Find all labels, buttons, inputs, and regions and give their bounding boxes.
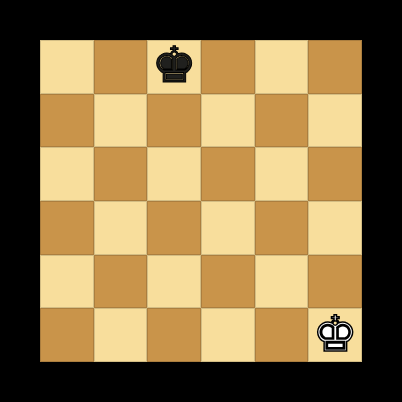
square-f5[interactable] — [308, 94, 362, 148]
white-king-piece[interactable]: ♚ — [313, 308, 358, 361]
square-f4[interactable] — [308, 147, 362, 201]
square-e6[interactable] — [255, 40, 309, 94]
square-a4[interactable] — [40, 147, 94, 201]
square-f1[interactable]: ♚ — [308, 308, 362, 362]
square-d6[interactable] — [201, 40, 255, 94]
square-e3[interactable] — [255, 201, 309, 255]
square-b6[interactable] — [94, 40, 148, 94]
square-d2[interactable] — [201, 255, 255, 309]
square-f6[interactable] — [308, 40, 362, 94]
square-d5[interactable] — [201, 94, 255, 148]
square-a1[interactable] — [40, 308, 94, 362]
chess-board: ♚♚ — [40, 40, 362, 362]
square-c3[interactable] — [147, 201, 201, 255]
square-b5[interactable] — [94, 94, 148, 148]
square-a6[interactable] — [40, 40, 94, 94]
page-background: ♚♚ — [0, 0, 402, 402]
square-b4[interactable] — [94, 147, 148, 201]
square-c4[interactable] — [147, 147, 201, 201]
square-c5[interactable] — [147, 94, 201, 148]
square-e5[interactable] — [255, 94, 309, 148]
square-a3[interactable] — [40, 201, 94, 255]
square-c6[interactable]: ♚ — [147, 40, 201, 94]
square-a2[interactable] — [40, 255, 94, 309]
square-c2[interactable] — [147, 255, 201, 309]
square-d1[interactable] — [201, 308, 255, 362]
black-king-piece[interactable]: ♚ — [152, 39, 197, 92]
square-d3[interactable] — [201, 201, 255, 255]
square-f2[interactable] — [308, 255, 362, 309]
square-d4[interactable] — [201, 147, 255, 201]
square-b1[interactable] — [94, 308, 148, 362]
square-e1[interactable] — [255, 308, 309, 362]
square-e2[interactable] — [255, 255, 309, 309]
square-e4[interactable] — [255, 147, 309, 201]
square-b3[interactable] — [94, 201, 148, 255]
square-c1[interactable] — [147, 308, 201, 362]
square-a5[interactable] — [40, 94, 94, 148]
square-b2[interactable] — [94, 255, 148, 309]
square-f3[interactable] — [308, 201, 362, 255]
